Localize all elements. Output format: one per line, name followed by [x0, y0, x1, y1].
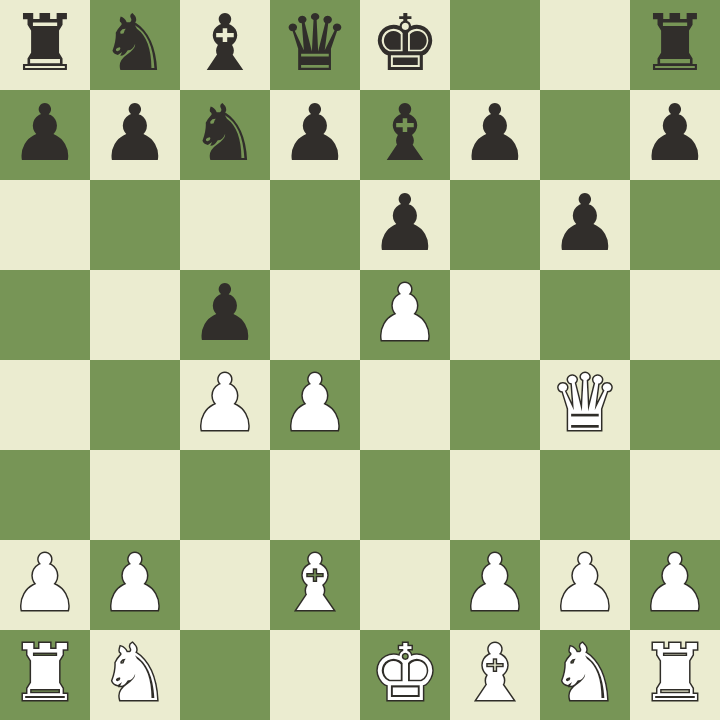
- white-bishop[interactable]: ♝: [280, 544, 350, 622]
- black-rook[interactable]: ♜: [10, 4, 80, 82]
- square-e8[interactable]: ♚: [360, 0, 450, 90]
- square-h8[interactable]: ♜: [630, 0, 720, 90]
- square-f7[interactable]: ♟: [450, 90, 540, 180]
- square-h1[interactable]: ♜: [630, 630, 720, 720]
- square-d8[interactable]: ♛: [270, 0, 360, 90]
- square-d7[interactable]: ♟: [270, 90, 360, 180]
- square-e7[interactable]: ♝: [360, 90, 450, 180]
- white-bishop[interactable]: ♝: [460, 634, 530, 712]
- white-pawn[interactable]: ♟: [640, 544, 710, 622]
- black-king[interactable]: ♚: [370, 4, 440, 82]
- square-e2[interactable]: [360, 540, 450, 630]
- square-c5[interactable]: ♟: [180, 270, 270, 360]
- square-b8[interactable]: ♞: [90, 0, 180, 90]
- square-g2[interactable]: ♟: [540, 540, 630, 630]
- white-knight[interactable]: ♞: [100, 634, 170, 712]
- square-c7[interactable]: ♞: [180, 90, 270, 180]
- white-king[interactable]: ♚: [370, 634, 440, 712]
- square-f4[interactable]: [450, 360, 540, 450]
- square-h2[interactable]: ♟: [630, 540, 720, 630]
- square-c2[interactable]: [180, 540, 270, 630]
- square-d5[interactable]: [270, 270, 360, 360]
- square-b3[interactable]: [90, 450, 180, 540]
- white-pawn[interactable]: ♟: [370, 274, 440, 352]
- square-b1[interactable]: ♞: [90, 630, 180, 720]
- square-g4[interactable]: ♛: [540, 360, 630, 450]
- black-pawn[interactable]: ♟: [550, 184, 620, 262]
- square-e3[interactable]: [360, 450, 450, 540]
- square-b6[interactable]: [90, 180, 180, 270]
- square-b7[interactable]: ♟: [90, 90, 180, 180]
- black-pawn[interactable]: ♟: [190, 274, 260, 352]
- black-bishop[interactable]: ♝: [190, 4, 260, 82]
- square-a6[interactable]: [0, 180, 90, 270]
- square-b4[interactable]: [90, 360, 180, 450]
- square-h3[interactable]: [630, 450, 720, 540]
- square-d3[interactable]: [270, 450, 360, 540]
- white-knight[interactable]: ♞: [550, 634, 620, 712]
- square-h6[interactable]: [630, 180, 720, 270]
- white-pawn[interactable]: ♟: [460, 544, 530, 622]
- square-g5[interactable]: [540, 270, 630, 360]
- square-g3[interactable]: [540, 450, 630, 540]
- square-h5[interactable]: [630, 270, 720, 360]
- black-bishop[interactable]: ♝: [370, 94, 440, 172]
- square-a8[interactable]: ♜: [0, 0, 90, 90]
- white-pawn[interactable]: ♟: [280, 364, 350, 442]
- square-f2[interactable]: ♟: [450, 540, 540, 630]
- square-e4[interactable]: [360, 360, 450, 450]
- square-g8[interactable]: [540, 0, 630, 90]
- black-knight[interactable]: ♞: [100, 4, 170, 82]
- square-f8[interactable]: [450, 0, 540, 90]
- white-rook[interactable]: ♜: [640, 634, 710, 712]
- square-g7[interactable]: [540, 90, 630, 180]
- square-a3[interactable]: [0, 450, 90, 540]
- chess-board: ♜♞♝♛♚♜♟♟♞♟♝♟♟♟♟♟♟♟♟♛♟♟♝♟♟♟♜♞♚♝♞♜: [0, 0, 720, 720]
- square-c4[interactable]: ♟: [180, 360, 270, 450]
- black-pawn[interactable]: ♟: [640, 94, 710, 172]
- square-e1[interactable]: ♚: [360, 630, 450, 720]
- square-a7[interactable]: ♟: [0, 90, 90, 180]
- square-c6[interactable]: [180, 180, 270, 270]
- square-a1[interactable]: ♜: [0, 630, 90, 720]
- square-d2[interactable]: ♝: [270, 540, 360, 630]
- square-c8[interactable]: ♝: [180, 0, 270, 90]
- square-b2[interactable]: ♟: [90, 540, 180, 630]
- square-g1[interactable]: ♞: [540, 630, 630, 720]
- square-a4[interactable]: [0, 360, 90, 450]
- white-queen[interactable]: ♛: [550, 364, 620, 442]
- black-pawn[interactable]: ♟: [280, 94, 350, 172]
- square-a5[interactable]: [0, 270, 90, 360]
- white-pawn[interactable]: ♟: [550, 544, 620, 622]
- black-rook[interactable]: ♜: [640, 4, 710, 82]
- black-pawn[interactable]: ♟: [460, 94, 530, 172]
- square-d4[interactable]: ♟: [270, 360, 360, 450]
- square-f5[interactable]: [450, 270, 540, 360]
- black-queen[interactable]: ♛: [280, 4, 350, 82]
- white-pawn[interactable]: ♟: [100, 544, 170, 622]
- white-rook[interactable]: ♜: [10, 634, 80, 712]
- black-pawn[interactable]: ♟: [370, 184, 440, 262]
- white-pawn[interactable]: ♟: [10, 544, 80, 622]
- square-a2[interactable]: ♟: [0, 540, 90, 630]
- white-pawn[interactable]: ♟: [190, 364, 260, 442]
- square-e6[interactable]: ♟: [360, 180, 450, 270]
- square-b5[interactable]: [90, 270, 180, 360]
- square-d6[interactable]: [270, 180, 360, 270]
- square-f6[interactable]: [450, 180, 540, 270]
- black-knight[interactable]: ♞: [190, 94, 260, 172]
- square-g6[interactable]: ♟: [540, 180, 630, 270]
- square-h4[interactable]: [630, 360, 720, 450]
- square-h7[interactable]: ♟: [630, 90, 720, 180]
- square-d1[interactable]: [270, 630, 360, 720]
- black-pawn[interactable]: ♟: [10, 94, 80, 172]
- black-pawn[interactable]: ♟: [100, 94, 170, 172]
- square-c1[interactable]: [180, 630, 270, 720]
- square-f1[interactable]: ♝: [450, 630, 540, 720]
- square-e5[interactable]: ♟: [360, 270, 450, 360]
- square-c3[interactable]: [180, 450, 270, 540]
- square-f3[interactable]: [450, 450, 540, 540]
